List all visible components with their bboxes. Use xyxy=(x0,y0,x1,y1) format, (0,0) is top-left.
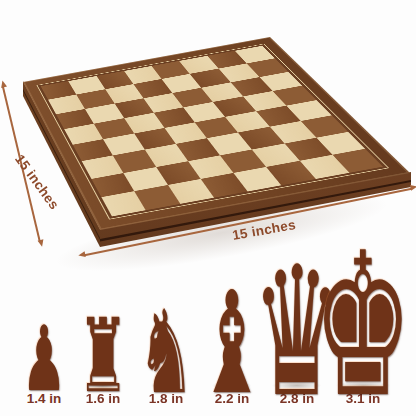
chess-set-product-image: 15 inches 15 inches ♟1.4 in♜1.6 in♞1.8 i… xyxy=(0,0,416,416)
piece-column-king: ♚3.1 in xyxy=(274,247,416,406)
dimension-label-depth: 15 inches xyxy=(12,152,62,213)
piece-king: ♚ xyxy=(313,247,412,405)
